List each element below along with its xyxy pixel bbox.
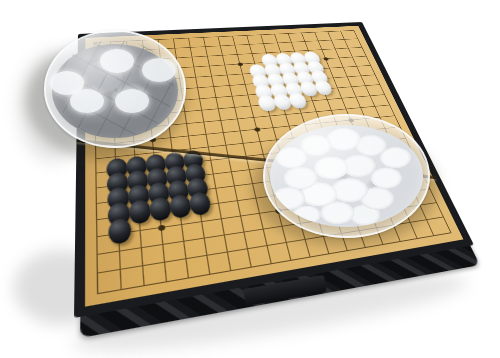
grid-cell: [121, 266, 145, 289]
product-photo: [0, 0, 500, 358]
grid-cell: [187, 256, 211, 278]
lid-glare: [46, 32, 184, 146]
grid-cell: [98, 270, 122, 293]
star-point: [323, 57, 329, 60]
grid-cell: [165, 259, 189, 281]
white-tub-lid: [263, 114, 430, 238]
grid-cell: [143, 263, 167, 285]
black-tub-lid: [44, 30, 186, 148]
star-point: [237, 63, 243, 67]
stone-tub-white: [263, 114, 430, 238]
stone-tub-black: [44, 30, 186, 148]
lid-glare: [265, 116, 428, 236]
